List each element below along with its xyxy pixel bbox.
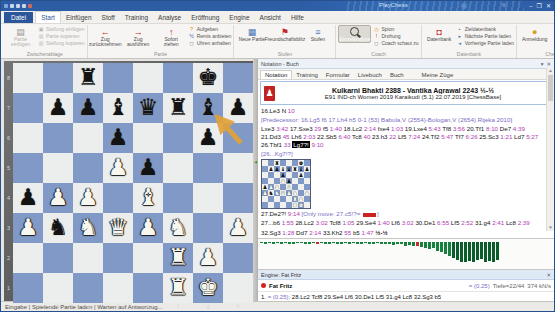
square-d3[interactable]: ♛ <box>103 213 133 243</box>
eval-profile-bar <box>444 242 447 254</box>
square-e6[interactable] <box>133 123 163 153</box>
square-g2[interactable]: ♟ <box>193 243 223 273</box>
eval-profile-bar <box>460 242 463 262</box>
notation-tab-notation[interactable]: Notation <box>260 70 292 79</box>
stellung-kopieren-item[interactable]: ▥Stellung kopieren <box>38 40 85 46</box>
scroll-up-icon[interactable]: ▲ <box>547 68 554 74</box>
notation-segment: Lf5 <box>451 219 461 226</box>
black-pawn-piece: ♟ <box>133 153 163 183</box>
notation-segment: 10 <box>288 107 295 114</box>
square-g5[interactable] <box>193 153 223 183</box>
partie-kopieren-item[interactable]: ▥Partie kopieren <box>38 33 85 39</box>
eval-profile-bar <box>272 242 275 244</box>
notation-segment: ] <box>377 210 379 217</box>
engine-line[interactable]: 1. = (0.25): 28.Lc2 Tcf8 29.Se4 Lf6 30.D… <box>261 293 551 301</box>
notation-pane-buttons[interactable]: ▾✕ <box>541 61 551 67</box>
square-e8[interactable] <box>133 63 163 93</box>
engine-pane-buttons[interactable]: ✕ <box>546 272 551 278</box>
group-label: Datenbank <box>424 50 514 58</box>
square-c3[interactable]: ♞ <box>73 213 103 243</box>
eval-profile-bar <box>264 242 267 244</box>
tab-hilfe[interactable]: Hilfe <box>286 12 309 23</box>
next-game-icon: ▸ <box>457 33 463 39</box>
square-d8[interactable] <box>103 63 133 93</box>
item-label: Coach schaut zu <box>381 40 418 46</box>
black-pawn-piece: ♟ <box>13 183 43 213</box>
eval-profile-bar <box>380 242 383 244</box>
current-move[interactable]: Lg7?! <box>292 141 309 148</box>
square-e4[interactable]: ♝ <box>133 183 163 213</box>
notation-pane-caption[interactable]: Notation - Buch ▾✕ <box>258 59 554 69</box>
aufgeben-item[interactable]: ?Aufgeben <box>189 26 232 32</box>
rank-label: 1 <box>4 273 13 303</box>
tab-ansicht[interactable]: Ansicht <box>255 12 286 23</box>
notation-segment: 2:39 <box>518 219 530 226</box>
square-d5[interactable]: ♟ <box>103 153 133 183</box>
notation-tab-formular[interactable]: Formular <box>322 71 354 79</box>
notation-segment: 1:55 <box>282 219 296 226</box>
white-king-piece: ♚ <box>193 273 223 303</box>
notation-segment: 23.h3 <box>372 133 389 140</box>
white-pawn-piece: ♟ <box>103 153 133 183</box>
pane-menu-icon[interactable]: ▾ <box>541 61 544 67</box>
square-b4[interactable]: ♟ <box>43 183 73 213</box>
square-e3[interactable]: ♟ <box>133 213 163 243</box>
item-label: Spion <box>381 26 394 32</box>
rank-label: 3 <box>4 213 13 243</box>
eval-profile-bar <box>304 242 307 244</box>
notation-text[interactable]: 16.Le3 N 10[Predecessor: 16.Lg5 f6 17.Lh… <box>258 106 554 238</box>
eval-profile-bar <box>280 242 283 244</box>
button-label: Stufen <box>311 37 325 42</box>
button-label: Einzelanalyse <box>339 37 370 42</box>
notation-segment: Tcf8 <box>329 219 342 226</box>
notation-segment: 3:02 <box>402 219 416 226</box>
eval-profile-bar <box>352 242 355 243</box>
event-line: E91 IND-ch Women 2019 Karaikudi (5.1) 22… <box>279 94 547 100</box>
tab-datei[interactable]: Datei <box>4 12 33 23</box>
minimize-icon[interactable]: – <box>529 1 532 11</box>
zug-zurücknehmen-button[interactable]: ←Zug zurücknehmen <box>90 25 121 50</box>
square-f6[interactable] <box>163 123 193 153</box>
title-bar: PlayChess –❐✕ <box>1 1 554 11</box>
eval-profile-bar <box>448 242 451 256</box>
button-label: Datenbank <box>427 37 451 42</box>
players-line: Kulkarni Bhakti 2388 - Vantika Agrawal 2… <box>279 87 547 94</box>
square-e1[interactable] <box>133 273 163 303</box>
coach-schaut-zu-item[interactable]: ◻Coach schaut zu <box>373 40 418 46</box>
button-label: Freundschaftsblitz <box>265 37 306 42</box>
button-label: Partie einfügen <box>6 37 35 48</box>
button-label: Zug zurücknehmen <box>89 37 122 48</box>
notation-segment: 32.Sg3 <box>261 229 282 236</box>
eval-profile-bar <box>284 242 287 243</box>
square-e5[interactable]: ♟ <box>133 153 163 183</box>
black-pawn-piece: ♟ <box>103 123 133 153</box>
chess-board[interactable]: ♜♚♟♟♝♛♜♝♟♟♟♟♟♟♟♟♝♟♞♞♛♟♞♟♜♟♜♚ <box>13 63 253 303</box>
square-f3[interactable]: ♞ <box>163 213 193 243</box>
black-king-piece: ♚ <box>193 63 223 93</box>
eval-profile-bar <box>384 242 387 244</box>
eval-profile-bar <box>308 242 311 244</box>
notation-segment: 7:24 <box>408 133 422 140</box>
square-b8[interactable] <box>43 63 73 93</box>
tab-engine[interactable]: Engine <box>224 12 254 23</box>
datenbank-button[interactable]: ◘Datenbank <box>424 25 455 44</box>
notation-segment: 2:03 <box>303 133 317 140</box>
notation-segment: 20.Tf1 <box>467 125 486 132</box>
square-g8[interactable]: ♚ <box>193 63 223 93</box>
item-label: Zieldatenbank <box>465 26 496 32</box>
notation-segment: 55 <box>344 229 353 236</box>
remis-anbieten-item[interactable]: ½Remis anbieten <box>189 33 232 39</box>
square-a2[interactable] <box>13 243 43 273</box>
engine-pane-title: Engine: Fat Fritz <box>261 272 301 278</box>
tab-analyse[interactable]: Analyse <box>153 12 186 23</box>
notation-segment: 6:40 <box>338 133 352 140</box>
square-g6[interactable]: ♟ <box>193 123 223 153</box>
item-label: Aufgeben <box>197 26 218 32</box>
square-g7[interactable]: ♝ <box>193 93 223 123</box>
notation-line: [26...Kg7!?] <box>261 150 545 158</box>
square-h1[interactable] <box>223 273 253 303</box>
item-label: Drohung <box>381 33 400 39</box>
square-b7[interactable]: ♟ <box>43 93 73 123</box>
copy-icon: ▥ <box>38 40 44 46</box>
notation-line: 27...b6 1:55 28.Lc2 3:02 Tcf8 1:05 29.Se… <box>261 219 545 227</box>
prev-game-icon: ◂ <box>457 40 463 46</box>
notation-segment: Tf8 <box>442 125 453 132</box>
white-bishop-piece: ♝ <box>133 183 163 213</box>
notation-segment: 1:40 <box>330 125 344 132</box>
square-f1[interactable]: ♜ <box>163 273 193 303</box>
file-label: e <box>133 303 163 310</box>
notation-segment: 33.Kh2 <box>323 229 344 236</box>
eval-profile-bar <box>488 242 491 261</box>
freundschaftsblitz-button[interactable]: ⚑Freundschaftsblitz <box>269 25 300 44</box>
eval-profile-bar <box>388 242 391 244</box>
square-d2[interactable] <box>103 243 133 273</box>
notation-segment: [Predecessor: 16.Lg5 f6 17.Lh4 h5 0-1 (5… <box>261 116 512 123</box>
square-f4[interactable] <box>163 183 193 213</box>
square-d7[interactable]: ♝ <box>103 93 133 123</box>
engine-status-row[interactable]: Fat Fritz = (0.25) Tiefe=22/44 374 kN/s <box>258 280 554 292</box>
notation-segment: 1:05 <box>342 219 356 226</box>
notation-segment: 29 <box>314 125 323 132</box>
square-d1[interactable] <box>103 273 133 303</box>
eval-profile-bar <box>372 242 375 244</box>
notation-segment: 45 <box>283 133 292 140</box>
rank-label: 6 <box>4 123 13 153</box>
square-a7[interactable] <box>13 93 43 123</box>
square-h4[interactable] <box>223 183 253 213</box>
notation-segment: 21.Dd3 <box>261 133 283 140</box>
engine-close-icon[interactable]: ✕ <box>546 272 551 278</box>
square-c1[interactable] <box>73 273 103 303</box>
notation-segment: Ld7 <box>514 133 526 140</box>
item-label: Vorherige Partie laden <box>465 40 514 46</box>
notation-segment: 3:42 <box>276 125 290 132</box>
eval-profile-bar <box>332 242 335 243</box>
eval-profile-bar <box>404 242 407 246</box>
eval-profile-bar <box>456 242 459 260</box>
notation-segment: 8:10 <box>486 125 500 132</box>
eval-profile-bar <box>340 242 343 244</box>
white-knight-piece: ♞ <box>163 213 193 243</box>
anmeldung-button[interactable]: ●Anmeldung <box>519 25 550 44</box>
notation-segment: Lf6 <box>391 219 401 226</box>
scroll-down-icon[interactable]: ▼ <box>547 225 554 231</box>
file-label: d <box>103 303 133 310</box>
notation-segment: 40 <box>363 133 372 140</box>
notation-tab-buch[interactable]: Buch <box>386 71 408 79</box>
partie-einfügen-button[interactable]: ▤Partie einfügen <box>5 25 36 50</box>
eval-profile-bar <box>268 242 271 243</box>
vorherige-partie-laden-item[interactable]: ◂Vorherige Partie laden <box>457 40 514 46</box>
eval-profile-bar <box>452 242 455 258</box>
ribbon-group-datenbank: ◘Datenbank▪Zieldatenbank▸Nächste Partie … <box>422 25 517 58</box>
notation-segment: f5 <box>323 125 330 132</box>
notation-segment: 28.Lc2 <box>295 219 315 226</box>
notation-segment: 9:14 <box>288 210 302 217</box>
line-eval: = (0.25): <box>268 294 292 300</box>
square-c5[interactable] <box>73 153 103 183</box>
close-icon[interactable]: ✕ <box>546 1 551 11</box>
square-f2[interactable]: ♜ <box>163 243 193 273</box>
einzelanalyse-button[interactable]: Einzelanalyse <box>338 25 371 43</box>
square-a4[interactable]: ♟ <box>13 183 43 213</box>
qat-board-icon[interactable] <box>4 4 8 8</box>
scroll-thumb[interactable] <box>548 75 553 101</box>
notation-segment: Lxe3 <box>261 125 276 132</box>
notation-tab-livebuch[interactable]: Livebuch <box>354 71 386 79</box>
notation-segment: 25.Sc3 <box>479 133 500 140</box>
app-window: PlayChess –❐✕ DateiStartEinfügenStoffTra… <box>0 0 555 312</box>
rank-label: 2 <box>4 243 13 273</box>
square-h7[interactable]: ♟ <box>223 93 253 123</box>
eval-profile-bar <box>300 242 303 243</box>
zug-ausführen-button[interactable]: →Zug ausführen <box>123 25 154 50</box>
inline-diagram: ♜♚♟♟♝♛♜♝♟♟♟♟♟♟♟♟♝♟♞♞♛♟♞♟♜♟♜♚ <box>261 159 311 209</box>
stufen-button[interactable]: ≡Stufen <box>302 25 333 44</box>
notation-scrollbar[interactable]: ▲ ▼ <box>546 68 554 231</box>
ribbon-group-partie: ←Zug zurücknehmen→Zug ausführen↑Sofort z… <box>88 25 235 58</box>
square-c4[interactable]: ♟ <box>73 183 103 213</box>
eval-profile-bar <box>440 242 443 252</box>
square-h5[interactable] <box>223 153 253 183</box>
square-c7[interactable]: ♟ <box>73 93 103 123</box>
ribbon-tabs: DateiStartEinfügenStoffTrainingAnalyseEr… <box>1 11 554 24</box>
group-label: Zwischenablage <box>5 50 85 58</box>
item-label: Remis anbieten <box>197 33 232 39</box>
file-label: f <box>163 303 193 310</box>
notation-segment: 5:47 <box>441 133 455 140</box>
square-a5[interactable] <box>13 153 43 183</box>
square-e2[interactable] <box>133 243 163 273</box>
square-f5[interactable] <box>163 153 193 183</box>
notation-segment: 1:03 <box>391 125 405 132</box>
eval-profile-bar <box>476 242 479 260</box>
qat-record-icon[interactable] <box>28 4 32 8</box>
notation-segment: 27.De2?! <box>261 210 288 217</box>
eval-profile-bar <box>364 242 367 243</box>
notation-segment: 1:21 <box>500 133 514 140</box>
square-b2[interactable] <box>43 243 73 273</box>
black-bishop-piece: ♝ <box>103 93 133 123</box>
nächste-partie-laden-item[interactable]: ▸Nächste Partie laden <box>457 33 514 39</box>
notation-pane-title: Notation - Buch <box>261 61 299 67</box>
eval-profile-bar <box>336 242 339 244</box>
notation-segment: Tc8 <box>352 133 363 140</box>
maximize-icon[interactable]: ❐ <box>537 1 542 11</box>
board-frame: 87654321 ♜♚♟♟♝♛♜♝♟♟♟♟♟♟♟♟♝♟♞♞♛♟♞♟♜♟♜♚ ab… <box>4 61 253 301</box>
ribbon-group-stufen: ▦Neue Partie⚑Freundschaftsblitz≡StufenSt… <box>234 25 336 58</box>
threat-icon: ! <box>373 33 379 39</box>
square-h2[interactable] <box>223 243 253 273</box>
square-c2[interactable] <box>73 243 103 273</box>
eval-profile-bar <box>464 242 467 262</box>
notation-segment: 2:14 <box>309 229 323 236</box>
engine-stop-icon[interactable] <box>261 283 266 288</box>
tab-einfügen[interactable]: Einfügen <box>61 12 97 23</box>
square-a8[interactable] <box>13 63 43 93</box>
square-c6[interactable] <box>73 123 103 153</box>
button-label: Anmeldung <box>522 37 547 42</box>
window-controls[interactable]: –❐✕ <box>529 1 551 11</box>
ribbon: ▤Partie einfügen▣Stellung einfügen▥Parti… <box>1 24 554 59</box>
square-b3[interactable]: ♞ <box>43 213 73 243</box>
white-pawn-piece: ♟ <box>73 183 103 213</box>
coach-icon: ◻ <box>373 40 379 46</box>
item-label: Uhren anhalten <box>197 40 231 46</box>
file-label: a <box>13 303 43 310</box>
tab-eröffnung[interactable]: Eröffnung <box>186 12 224 23</box>
eval-profile-bar <box>276 242 279 243</box>
square-a1[interactable] <box>13 273 43 303</box>
qat-redo-icon[interactable] <box>22 4 26 8</box>
engine-pane-caption[interactable]: Engine: Fat Fritz ✕ <box>258 270 554 280</box>
group-label: Partie <box>90 50 232 58</box>
gast-button[interactable]: ☻Gast <box>552 25 554 44</box>
square-h8[interactable] <box>223 63 253 93</box>
notation-segment: 22.Sb5 <box>317 133 338 140</box>
notation-segment: Lf5 <box>398 133 408 140</box>
square-d6[interactable]: ♟ <box>103 123 133 153</box>
white-pawn-piece: ♟ <box>43 183 73 213</box>
square-a3[interactable]: ♟ <box>13 213 43 243</box>
eval-profile-bar <box>328 242 331 244</box>
square-f8[interactable] <box>163 63 193 93</box>
group-label: Stufen <box>236 50 333 58</box>
qat-save-icon[interactable] <box>10 4 14 8</box>
notation-tab-meine-züge[interactable]: Meine Züge <box>418 71 458 79</box>
file-label: h <box>223 303 253 310</box>
eval-profile-bar <box>436 242 439 251</box>
resign-icon: ? <box>189 26 195 32</box>
stellung-einfügen-item[interactable]: ▣Stellung einfügen <box>38 26 85 32</box>
tab-stoff[interactable]: Stoff <box>97 12 120 23</box>
square-g4[interactable] <box>193 183 223 213</box>
square-f7[interactable]: ♜ <box>163 93 193 123</box>
pane-close-icon[interactable]: ✕ <box>546 61 551 67</box>
board-panel: 87654321 ♜♚♟♟♝♛♜♝♟♟♟♟♟♟♟♟♝♟♞♞♛♟♞♟♜♟♜♚ ab… <box>1 59 257 301</box>
notation-segment: 3:56 <box>453 125 467 132</box>
black-bishop-piece: ♝ <box>193 93 223 123</box>
evaluation-profile[interactable] <box>258 238 554 270</box>
square-h6[interactable] <box>223 123 253 153</box>
eval-profile-bar <box>432 242 435 248</box>
square-a6[interactable] <box>13 123 43 153</box>
notation-line: 32.Sg3 1:28 Dd7 2:14 33.Kh2 55 b5 1:47 ½… <box>261 229 545 237</box>
notation-segment: 6:26 <box>466 133 480 140</box>
square-h3[interactable]: ♟ <box>223 213 253 243</box>
eval-profile-bar <box>260 242 263 243</box>
notation-segment: Lh6 <box>291 133 303 140</box>
square-g1[interactable]: ♚ <box>193 273 223 303</box>
engine-eval: = (0.25) <box>469 283 490 289</box>
drohung-item[interactable]: !Drohung <box>373 33 418 39</box>
rank-label: 4 <box>4 183 13 213</box>
square-b1[interactable] <box>43 273 73 303</box>
ribbon-group-zwischenablage: ▤Partie einfügen▣Stellung einfügen▥Parti… <box>3 25 88 58</box>
notation-segment: 2:14 <box>364 125 378 132</box>
notation-segment: 24.Tf2 <box>422 133 441 140</box>
quick-access-toolbar[interactable] <box>4 4 32 8</box>
square-b5[interactable] <box>43 153 73 183</box>
square-d4[interactable] <box>103 183 133 213</box>
notation-segment: 5:43 <box>429 125 443 132</box>
titlebar-decoration <box>344 1 524 11</box>
square-c8[interactable]: ♜ <box>73 63 103 93</box>
notation-segment: Tf7 <box>455 133 466 140</box>
black-pawn-piece: ♟ <box>223 93 253 123</box>
eval-profile-bar <box>292 242 295 244</box>
eval-profile-bar <box>480 242 483 259</box>
eval-profile-bar <box>344 242 347 243</box>
spion-item[interactable]: ◷Spion <box>373 26 418 32</box>
white-rook-piece: ♜ <box>163 273 193 303</box>
notation-segment: 30.De1 <box>415 219 437 226</box>
qat-undo-icon[interactable] <box>16 4 20 8</box>
eval-profile-bar <box>320 242 323 243</box>
rank-label: 7 <box>4 93 13 123</box>
zieldatenbank-item[interactable]: ▪Zieldatenbank <box>457 26 514 32</box>
game-header[interactable]: ♟ Kulkarni Bhakti 2388 - Vantika Agrawal… <box>260 81 551 105</box>
black-pawn-piece: ♟ <box>73 93 103 123</box>
notation-segment: 22 <box>389 133 398 140</box>
eval-bar-icon <box>363 213 376 217</box>
tab-training[interactable]: Training <box>120 12 153 23</box>
sofort-ziehen-button[interactable]: ↑Sofort ziehen <box>156 25 187 50</box>
eval-profile-bar <box>316 242 319 244</box>
tab-start[interactable]: Start <box>35 11 61 23</box>
neue-partie-button[interactable]: ▦Neue Partie <box>236 25 267 44</box>
square-g3[interactable] <box>193 213 223 243</box>
notation-segment: fxe4 <box>378 125 391 132</box>
square-b6[interactable] <box>43 123 73 153</box>
engine-variations[interactable]: 1. = (0.25): 28.Lc2 Tcf8 29.Se4 Lf6 30.D… <box>258 292 554 301</box>
main-area: 87654321 ♜♚♟♟♝♛♜♝♟♟♟♟♟♟♟♟♝♟♞♞♛♟♞♟♜♟♜♚ ab… <box>1 59 554 301</box>
eval-profile-bar <box>428 242 431 249</box>
uhren-anhalten-item[interactable]: ◻Uhren anhalten <box>189 40 232 46</box>
notation-segment: [26...Kg7!?] <box>261 150 293 157</box>
notation-tab-training[interactable]: Training <box>292 71 321 79</box>
square-e7[interactable]: ♛ <box>133 93 163 123</box>
eval-profile-bar <box>356 242 359 244</box>
diagram-square <box>304 202 310 208</box>
item-label: Nächste Partie laden <box>465 33 511 39</box>
black-pawn-piece: ♟ <box>43 93 73 123</box>
